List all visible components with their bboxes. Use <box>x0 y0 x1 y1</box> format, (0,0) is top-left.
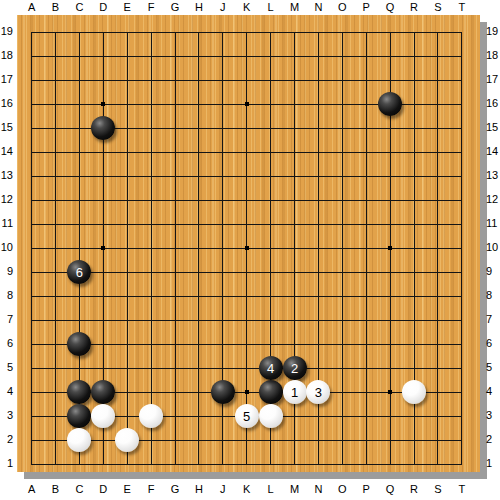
black-stone-Q16[interactable] <box>378 92 402 116</box>
row-label-left-9: 9 <box>0 265 13 278</box>
col-label-top-H: H <box>189 1 209 14</box>
black-stone-L4[interactable] <box>259 380 283 404</box>
row-label-right-15: 15 <box>486 121 500 134</box>
row-label-left-7: 7 <box>0 313 13 326</box>
grid-line-horizontal <box>31 440 462 441</box>
row-label-right-10: 10 <box>486 241 500 254</box>
col-label-top-R: R <box>404 1 424 14</box>
black-stone-C4[interactable] <box>67 380 91 404</box>
black-stone-C6[interactable] <box>67 332 91 356</box>
col-label-top-K: K <box>237 1 257 14</box>
white-stone-M4[interactable]: 1 <box>283 380 307 404</box>
grid-line-horizontal <box>31 320 462 321</box>
row-label-left-16: 16 <box>0 97 13 110</box>
row-label-left-19: 19 <box>0 25 13 38</box>
move-number-label: 5 <box>243 410 250 423</box>
grid-line-horizontal <box>31 296 462 297</box>
col-label-top-C: C <box>69 1 89 14</box>
star-point-K16 <box>245 102 249 106</box>
grid-line-horizontal <box>31 464 462 465</box>
col-label-bottom-B: B <box>46 483 66 496</box>
row-label-left-14: 14 <box>0 145 13 158</box>
star-point-K10 <box>245 246 249 250</box>
row-label-right-1: 1 <box>486 457 500 470</box>
move-number-label: 6 <box>76 266 83 279</box>
row-label-right-3: 3 <box>486 409 500 422</box>
grid-line-horizontal <box>31 200 462 201</box>
black-stone-L5[interactable]: 4 <box>259 356 283 380</box>
white-stone-R4[interactable] <box>402 380 426 404</box>
black-stone-D15[interactable] <box>91 116 115 140</box>
row-label-left-10: 10 <box>0 241 13 254</box>
row-label-left-2: 2 <box>0 433 13 446</box>
col-label-bottom-H: H <box>189 483 209 496</box>
row-label-left-8: 8 <box>0 289 13 302</box>
col-label-top-S: S <box>428 1 448 14</box>
star-point-Q10 <box>388 246 392 250</box>
col-label-bottom-K: K <box>237 483 257 496</box>
move-number-label: 4 <box>267 362 274 375</box>
grid-line-horizontal <box>31 176 462 177</box>
col-label-bottom-D: D <box>93 483 113 496</box>
col-label-bottom-R: R <box>404 483 424 496</box>
col-label-bottom-O: O <box>332 483 352 496</box>
row-label-left-6: 6 <box>0 337 13 350</box>
col-label-top-O: O <box>332 1 352 14</box>
row-label-left-13: 13 <box>0 169 13 182</box>
row-label-right-8: 8 <box>486 289 500 302</box>
col-label-top-J: J <box>213 1 233 14</box>
col-label-top-Q: Q <box>380 1 400 14</box>
row-label-left-1: 1 <box>0 457 13 470</box>
row-label-left-18: 18 <box>0 49 13 62</box>
row-label-right-12: 12 <box>486 193 500 206</box>
star-point-D16 <box>101 102 105 106</box>
row-label-right-16: 16 <box>486 97 500 110</box>
goban[interactable]: 642513 <box>17 15 480 472</box>
row-label-right-2: 2 <box>486 433 500 446</box>
col-label-top-L: L <box>261 1 281 14</box>
col-label-bottom-L: L <box>261 483 281 496</box>
row-label-right-6: 6 <box>486 337 500 350</box>
star-point-K4 <box>245 390 249 394</box>
col-label-top-D: D <box>93 1 113 14</box>
row-label-right-14: 14 <box>486 145 500 158</box>
col-label-bottom-E: E <box>117 483 137 496</box>
grid-line-horizontal <box>31 80 462 81</box>
col-label-top-B: B <box>46 1 66 14</box>
grid-line-horizontal <box>31 56 462 57</box>
star-point-D10 <box>101 246 105 250</box>
col-label-top-P: P <box>356 1 376 14</box>
black-stone-C3[interactable] <box>67 404 91 428</box>
row-label-right-9: 9 <box>486 265 500 278</box>
col-label-bottom-J: J <box>213 483 233 496</box>
row-label-right-19: 19 <box>486 25 500 38</box>
row-label-left-12: 12 <box>0 193 13 206</box>
col-label-top-T: T <box>452 1 472 14</box>
white-stone-L3[interactable] <box>259 404 283 428</box>
grid-line-horizontal <box>31 272 462 273</box>
col-label-top-M: M <box>285 1 305 14</box>
row-label-right-18: 18 <box>486 49 500 62</box>
col-label-bottom-S: S <box>428 483 448 496</box>
move-number-label: 3 <box>315 386 322 399</box>
row-label-right-4: 4 <box>486 385 500 398</box>
grid-line-horizontal <box>31 344 462 345</box>
black-stone-C9[interactable]: 6 <box>67 260 91 284</box>
star-point-Q4 <box>388 390 392 394</box>
grid-line-horizontal <box>31 152 462 153</box>
white-stone-K3[interactable]: 5 <box>235 404 259 428</box>
row-label-left-3: 3 <box>0 409 13 422</box>
row-label-right-11: 11 <box>486 217 500 230</box>
white-stone-F3[interactable] <box>139 404 163 428</box>
col-label-top-A: A <box>22 1 42 14</box>
grid-line-horizontal <box>31 224 462 225</box>
move-number-label: 1 <box>291 386 298 399</box>
row-label-right-17: 17 <box>486 73 500 86</box>
white-stone-N4[interactable]: 3 <box>306 380 330 404</box>
col-label-bottom-T: T <box>452 483 472 496</box>
row-label-left-15: 15 <box>0 121 13 134</box>
col-label-bottom-C: C <box>69 483 89 496</box>
white-stone-C2[interactable] <box>67 428 91 452</box>
row-label-left-17: 17 <box>0 73 13 86</box>
col-label-bottom-N: N <box>308 483 328 496</box>
row-label-right-7: 7 <box>486 313 500 326</box>
col-label-bottom-M: M <box>285 483 305 496</box>
col-label-bottom-A: A <box>22 483 42 496</box>
col-label-bottom-F: F <box>141 483 161 496</box>
col-label-bottom-P: P <box>356 483 376 496</box>
row-label-right-13: 13 <box>486 169 500 182</box>
grid-line-horizontal <box>31 368 462 369</box>
col-label-bottom-Q: Q <box>380 483 400 496</box>
col-label-top-G: G <box>165 1 185 14</box>
col-label-top-N: N <box>308 1 328 14</box>
row-label-left-5: 5 <box>0 361 13 374</box>
row-label-right-5: 5 <box>486 361 500 374</box>
row-label-left-4: 4 <box>0 385 13 398</box>
col-label-top-F: F <box>141 1 161 14</box>
go-diagram: 642513 AABBCCDDEEFFGGHHJJKKLLMMNNOOPPQQR… <box>0 0 500 500</box>
black-stone-D4[interactable] <box>91 380 115 404</box>
move-number-label: 2 <box>291 362 298 375</box>
black-stone-J4[interactable] <box>211 380 235 404</box>
black-stone-M5[interactable]: 2 <box>283 356 307 380</box>
col-label-bottom-G: G <box>165 483 185 496</box>
white-stone-D3[interactable] <box>91 404 115 428</box>
grid-line-horizontal <box>31 32 462 33</box>
row-label-left-11: 11 <box>0 217 13 230</box>
white-stone-E2[interactable] <box>115 428 139 452</box>
col-label-top-E: E <box>117 1 137 14</box>
